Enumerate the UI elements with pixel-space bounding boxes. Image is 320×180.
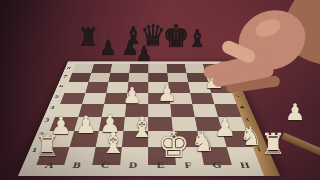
white-pawn-d4[interactable]: ♟ [119,85,145,107]
black-pawn-d7[interactable]: ♟ [132,43,156,63]
white-king-e1[interactable]: ♚ [152,127,195,163]
screenshot-root: ABCDEFGH1122334455667788 ♜♝♛♚♝♟♟♟♟♟♟♟♟♟♟… [0,0,320,180]
white-rook-a1[interactable]: ♜ [30,132,65,161]
black-pawn-b7[interactable]: ♟ [96,37,120,57]
pieces-layer: ♜♝♛♚♝♟♟♟♟♟♟♟♟♟♟♟♝♟♞♝♞♜♚♜ [0,0,320,180]
black-bishop-f8[interactable]: ♝ [183,27,211,50]
white-bishop-c1[interactable]: ♝ [96,129,131,158]
white-rook-h1[interactable]: ♜ [256,130,291,159]
white-pawn-e4[interactable]: ♟ [154,83,180,105]
white-pawn-in-hand-f4[interactable]: ♟ [200,69,228,92]
white-pawn-offboard-right[interactable]: ♟ [281,101,309,124]
